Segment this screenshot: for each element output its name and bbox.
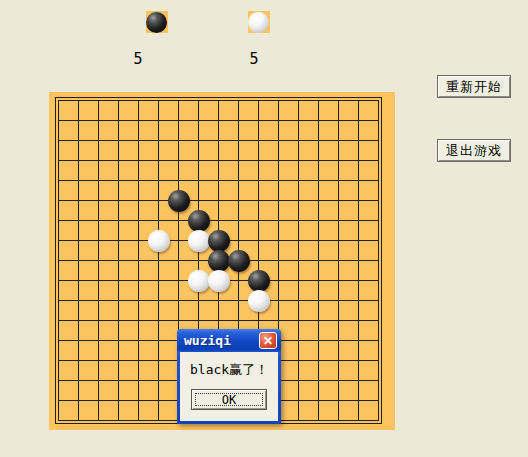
black-count-label: 5: [129, 50, 147, 68]
exit-game-button[interactable]: 退出游戏: [437, 139, 511, 162]
black-stone-glyph: [146, 12, 167, 33]
black-stone-icon: [146, 11, 168, 33]
win-dialog-body: black赢了！ OK: [180, 352, 278, 421]
black-stone: [248, 270, 270, 292]
white-stone: [188, 230, 210, 252]
close-icon: ✕: [263, 335, 273, 347]
win-dialog-title: wuziqi: [184, 333, 231, 348]
restart-button[interactable]: 重新开始: [437, 75, 511, 98]
white-stone: [188, 270, 210, 292]
black-stone: [188, 210, 210, 232]
white-stone-glyph: [248, 12, 269, 33]
win-dialog: wuziqi ✕ black赢了！ OK: [177, 329, 281, 424]
black-stone: [208, 250, 230, 272]
white-stone: [148, 230, 170, 252]
white-stone: [208, 270, 230, 292]
game-window: 5 5 重新开始 退出游戏 wuziqi ✕ black赢了！ OK: [0, 0, 528, 457]
win-message: black赢了！: [190, 361, 268, 379]
close-button[interactable]: ✕: [259, 332, 277, 349]
ok-button-label: OK: [195, 393, 263, 406]
ok-button[interactable]: OK: [191, 389, 267, 410]
black-stone: [208, 230, 230, 252]
black-stone: [168, 190, 190, 212]
black-stone: [228, 250, 250, 272]
white-stone: [248, 290, 270, 312]
white-count-label: 5: [245, 50, 263, 68]
white-stone-icon: [248, 11, 270, 33]
